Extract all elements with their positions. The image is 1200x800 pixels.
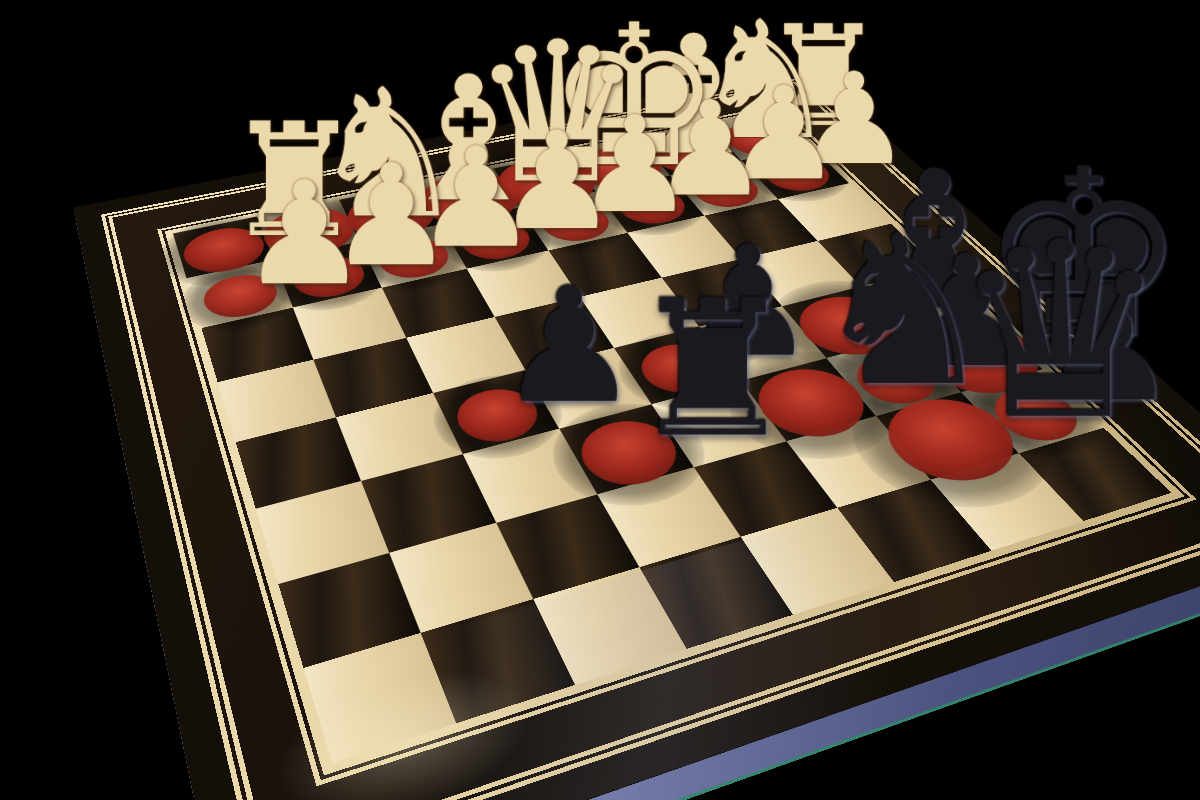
square-a5 (236, 417, 362, 509)
border-inlay-outer-stripe-2: ♜♞♝♛♚♝♞♜♟♟♟♟♟♟♟♟♟♟♝♜♞♟♚♛♟ (108, 82, 1200, 800)
border-inlay-gap: ♜♞♝♛♚♝♞♜♟♟♟♟♟♟♟♟♟♟♝♜♞♟♚♛♟ (105, 80, 1200, 800)
chess-board: ♜♞♝♛♚♝♞♜♟♟♟♟♟♟♟♟♟♟♝♜♞♟♚♛♟ (73, 66, 1200, 800)
border-ebony-band: ♜♞♝♛♚♝♞♜♟♟♟♟♟♟♟♟♟♟♝♜♞♟♚♛♟ (112, 83, 1200, 800)
photo-stage: ♜♞♝♛♚♝♞♜♟♟♟♟♟♟♟♟♟♟♝♜♞♟♚♛♟ (0, 0, 1200, 800)
border-inlay-outer-stripe-1: ♜♞♝♛♚♝♞♜♟♟♟♟♟♟♟♟♟♟♝♜♞♟♚♛♟ (101, 78, 1200, 800)
border-inlay-inner-stripe-1: ♜♞♝♛♚♝♞♜♟♟♟♟♟♟♟♟♟♟♝♜♞♟♚♛♟ (157, 104, 1196, 786)
perspective-scene: ♜♞♝♛♚♝♞♜♟♟♟♟♟♟♟♟♟♟♝♜♞♟♚♛♟ (0, 0, 1200, 800)
square-b8 (421, 599, 575, 723)
border-inlay-inner-gap: ♜♞♝♛♚♝♞♜♟♟♟♟♟♟♟♟♟♟♝♜♞♟♚♛♟ (161, 106, 1189, 780)
